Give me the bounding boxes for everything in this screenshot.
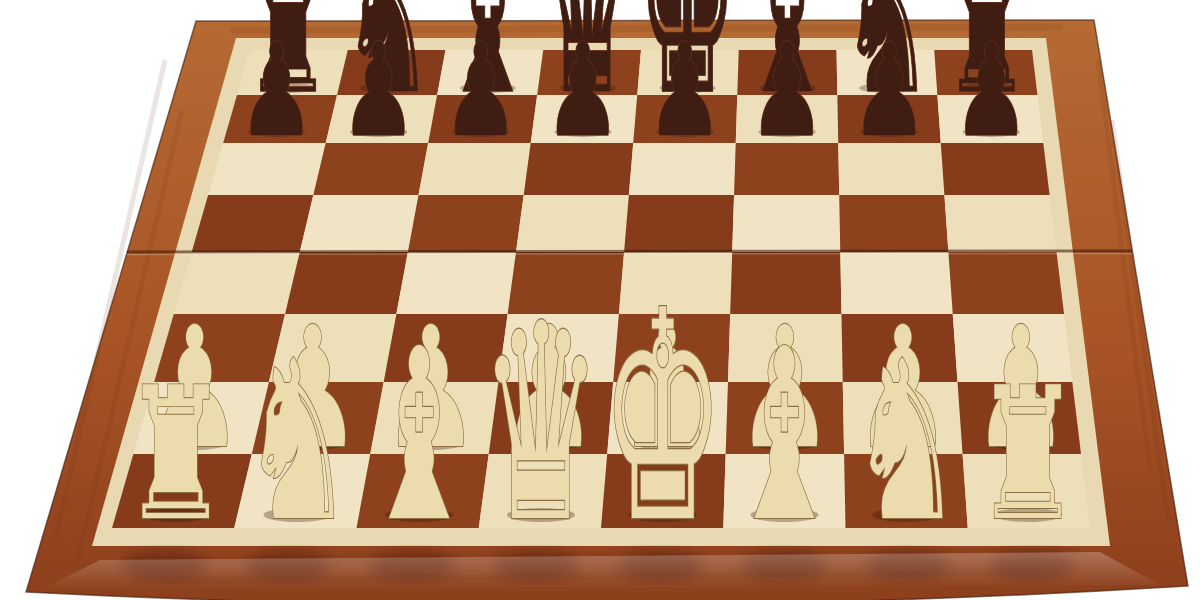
- piece-white-knight-b1[interactable]: ♞: [241, 313, 354, 570]
- square-h5[interactable]: [944, 195, 1056, 252]
- square-d5[interactable]: [516, 195, 629, 252]
- square-c5[interactable]: [408, 195, 524, 252]
- piece-black-pawn-h7[interactable]: ♟: [953, 15, 1030, 166]
- piece-black-pawn-a7[interactable]: ♟: [238, 15, 315, 166]
- piece-black-pawn-e7[interactable]: ♟: [646, 15, 723, 166]
- square-e5[interactable]: [624, 195, 734, 252]
- piece-white-king-e1[interactable]: ♚: [601, 249, 725, 587]
- square-f5[interactable]: [732, 195, 840, 252]
- piece-white-knight-g1[interactable]: ♞: [850, 313, 963, 570]
- piece-white-bishop-f1[interactable]: ♝: [727, 298, 842, 574]
- chess-board: ♜♞♝♛♚♝♞♜♟♟♟♟♟♟♟♟♟♟♟♟♟♟♟♟♜♞♝♛♚♝♞♜: [0, 0, 1200, 600]
- piece-black-pawn-g7[interactable]: ♟: [851, 15, 928, 166]
- piece-white-queen-d1[interactable]: ♛: [480, 265, 602, 582]
- square-b5[interactable]: [300, 195, 419, 252]
- piece-black-pawn-f7[interactable]: ♟: [748, 15, 825, 166]
- chess-set-photo: ♜♞♝♛♚♝♞♜♟♟♟♟♟♟♟♟♟♟♟♟♟♟♟♟♜♞♝♛♚♝♞♜: [0, 0, 1200, 600]
- piece-white-bishop-c1[interactable]: ♝: [362, 298, 477, 574]
- piece-black-pawn-b7[interactable]: ♟: [340, 15, 417, 166]
- piece-white-rook-a1[interactable]: ♜: [123, 348, 229, 561]
- square-g5[interactable]: [839, 195, 948, 252]
- piece-white-rook-h1[interactable]: ♜: [975, 348, 1081, 561]
- square-a5[interactable]: [192, 195, 314, 252]
- piece-black-pawn-d7[interactable]: ♟: [544, 15, 621, 166]
- piece-black-pawn-c7[interactable]: ♟: [442, 15, 519, 166]
